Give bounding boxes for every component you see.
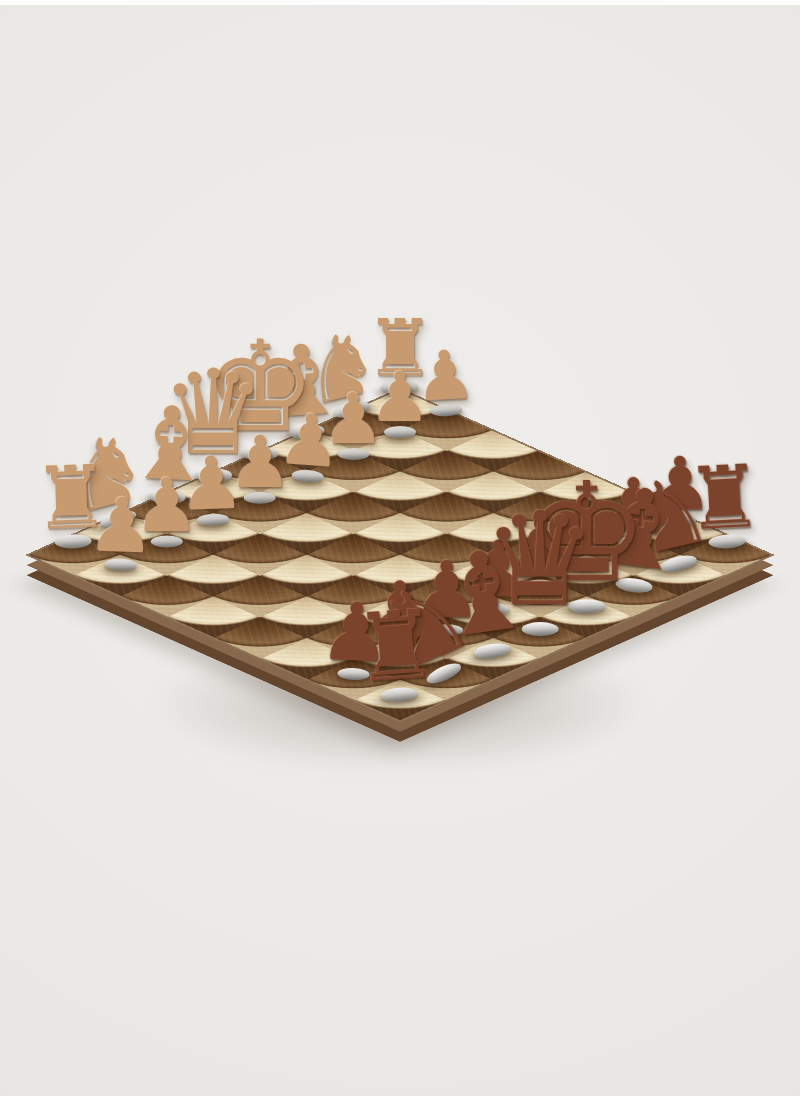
piece-black-rook-a8: ♜: [351, 596, 442, 705]
scene: ♜♞♝♛♚♝♞♜♟♟♟♟♟♟♟♟♟♟♟♟♟♟♟♟♜♞♝♛♚♝♞♜: [0, 0, 800, 1096]
top-strip: [0, 0, 800, 5]
piece-white-pawn-a2: ♟: [86, 487, 156, 572]
